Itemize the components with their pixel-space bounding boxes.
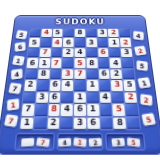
- number-tile[interactable]: 4: [61, 104, 73, 115]
- cell[interactable]: [25, 69, 37, 79]
- cell[interactable]: 6: [26, 58, 38, 68]
- number-tile[interactable]: 2: [47, 117, 60, 129]
- cell[interactable]: 3: [86, 38, 97, 47]
- number-tile[interactable]: 8: [75, 29, 85, 38]
- cell[interactable]: 7: [51, 58, 62, 68]
- cell[interactable]: [119, 29, 130, 38]
- tray-number-tile[interactable]: 7: [35, 137, 49, 147]
- cell[interactable]: 5: [124, 80, 136, 91]
- cell[interactable]: 1: [87, 104, 99, 115]
- number-tile[interactable]: 6: [98, 48, 109, 57]
- tray-number-tile[interactable]: [21, 137, 34, 146]
- number-tile[interactable]: 3: [62, 69, 73, 79]
- cell[interactable]: [87, 69, 98, 79]
- number-tile[interactable]: 3: [86, 38, 97, 47]
- number-tile[interactable]: 4: [41, 29, 52, 38]
- sudoku-board-scene: SUDOKU 5614717 4583254631272463617584837…: [0, 15, 160, 155]
- cell[interactable]: 1: [87, 80, 99, 91]
- number-tile[interactable]: 4: [52, 38, 63, 47]
- number-tile[interactable]: 2: [120, 38, 131, 47]
- cell[interactable]: 8: [48, 104, 60, 115]
- cell[interactable]: 1: [109, 38, 120, 47]
- number-tile[interactable]: 8: [38, 69, 50, 79]
- cell[interactable]: 6: [49, 80, 61, 91]
- number-tile[interactable]: 6: [63, 38, 74, 47]
- cell[interactable]: [100, 117, 113, 129]
- number-tile[interactable]: 1: [109, 38, 120, 47]
- tray-compartment: 7: [14, 133, 55, 151]
- number-tile[interactable]: 3: [74, 117, 86, 129]
- cell[interactable]: 4: [52, 38, 63, 47]
- cell[interactable]: [40, 38, 51, 47]
- cell[interactable]: [23, 92, 36, 103]
- cell[interactable]: 2: [24, 80, 36, 91]
- rail-number-tile[interactable]: 2: [134, 45, 147, 55]
- number-tile[interactable]: 3: [97, 29, 108, 38]
- cell[interactable]: 6: [74, 104, 86, 115]
- cell[interactable]: [28, 48, 39, 57]
- number-tile[interactable]: 3: [111, 80, 123, 91]
- cell[interactable]: 2: [120, 38, 131, 47]
- cell[interactable]: 2: [108, 29, 119, 38]
- cell[interactable]: [123, 69, 135, 79]
- rail-number-tile[interactable]: 2: [140, 94, 152, 106]
- cell[interactable]: 4: [99, 92, 111, 103]
- cell[interactable]: [74, 80, 85, 91]
- cell[interactable]: 8: [75, 29, 85, 38]
- number-tile[interactable]: 1: [38, 58, 49, 68]
- cell[interactable]: 8: [86, 58, 97, 68]
- cell[interactable]: 3: [74, 117, 86, 129]
- number-tile[interactable]: 5: [52, 29, 63, 38]
- cell[interactable]: [61, 92, 73, 103]
- rail-number-tile[interactable]: 1: [12, 55, 25, 65]
- rail-number-tile[interactable]: 6: [15, 42, 26, 52]
- cell[interactable]: 1: [74, 92, 86, 103]
- cell[interactable]: 4: [62, 80, 74, 91]
- cell[interactable]: [122, 58, 134, 68]
- tray-number-tile[interactable]: 2: [89, 137, 103, 146]
- rail-number-tile[interactable]: 1: [137, 77, 151, 88]
- number-tile[interactable]: 6: [87, 117, 99, 129]
- number-tile[interactable]: 2: [108, 29, 119, 38]
- tray-compartment: 412: [57, 133, 104, 151]
- cell[interactable]: 8: [38, 69, 50, 79]
- number-tile[interactable]: 6: [26, 58, 38, 68]
- number-tile[interactable]: 1: [87, 104, 99, 115]
- cell[interactable]: [35, 104, 48, 115]
- cell[interactable]: [97, 38, 108, 47]
- rail-number-tile[interactable]: 7: [8, 83, 22, 94]
- number-tile[interactable]: 6: [99, 69, 111, 79]
- cell[interactable]: 6: [49, 92, 61, 103]
- number-tile[interactable]: 4: [75, 48, 86, 57]
- sudoku-board: SUDOKU 5614717 4583254631272463617584837…: [0, 15, 160, 155]
- cell[interactable]: [37, 80, 49, 91]
- rail-number-tile[interactable]: 7: [4, 114, 19, 127]
- cell[interactable]: 4: [61, 104, 73, 115]
- number-tile[interactable]: 7: [22, 104, 35, 115]
- number-tile[interactable]: 7: [74, 69, 85, 79]
- number-tile[interactable]: 2: [111, 69, 123, 79]
- tile-tray: 741235: [14, 133, 146, 151]
- cell[interactable]: 5: [113, 104, 126, 115]
- number-tile[interactable]: 3: [121, 48, 132, 57]
- tray-number-tile[interactable]: 5: [126, 137, 139, 147]
- number-tile[interactable]: 3: [36, 92, 48, 103]
- cell[interactable]: [99, 80, 111, 91]
- number-tile[interactable]: 4: [99, 92, 111, 103]
- cell[interactable]: 7: [22, 104, 35, 115]
- rail-number-tile[interactable]: 4: [11, 69, 23, 80]
- cell[interactable]: [86, 48, 97, 57]
- cell[interactable]: 6: [98, 48, 109, 57]
- cell[interactable]: 4: [110, 58, 121, 68]
- cell[interactable]: 1: [20, 117, 33, 129]
- number-tile[interactable]: 8: [48, 104, 60, 115]
- cell[interactable]: [60, 117, 72, 129]
- number-tile[interactable]: 8: [113, 117, 126, 129]
- rail-number-tile[interactable]: 1: [7, 98, 19, 110]
- cell[interactable]: [30, 29, 41, 38]
- number-tile[interactable]: 1: [20, 117, 33, 129]
- cell[interactable]: 2: [125, 92, 138, 103]
- cell[interactable]: 4: [75, 48, 86, 57]
- cell[interactable]: [34, 117, 47, 129]
- cell[interactable]: 8: [113, 117, 126, 129]
- cell[interactable]: 5: [75, 58, 86, 68]
- tray-number-tile[interactable]: 4: [58, 137, 71, 146]
- cell[interactable]: [51, 48, 62, 57]
- number-tile[interactable]: 1: [87, 80, 99, 91]
- rail-number-tile[interactable]: 5: [15, 30, 27, 39]
- cell[interactable]: 3: [97, 29, 108, 38]
- cell[interactable]: 7: [74, 69, 85, 79]
- tray-number-tile[interactable]: 1: [73, 137, 86, 147]
- number-tile[interactable]: 6: [74, 104, 86, 115]
- cell[interactable]: 2: [63, 48, 74, 57]
- number-tile[interactable]: 1: [74, 92, 86, 103]
- number-tile[interactable]: 4: [62, 80, 74, 91]
- cell[interactable]: 6: [87, 117, 99, 129]
- number-tile[interactable]: 6: [49, 80, 61, 91]
- cell[interactable]: 6: [99, 69, 111, 79]
- cell[interactable]: [50, 69, 62, 79]
- number-tile[interactable]: 5: [124, 80, 136, 91]
- cell[interactable]: [63, 58, 74, 68]
- sudoku-grid: 4583254631272463617584837622641353614278…: [19, 28, 141, 130]
- cell[interactable]: 3: [121, 48, 132, 57]
- cell[interactable]: [64, 29, 74, 38]
- cell[interactable]: 2: [47, 117, 60, 129]
- cell[interactable]: 3: [62, 69, 73, 79]
- cell[interactable]: 1: [38, 58, 49, 68]
- number-tile[interactable]: 5: [75, 58, 86, 68]
- cell[interactable]: 5: [52, 29, 63, 38]
- number-tile[interactable]: 7: [39, 48, 50, 57]
- rail-number-tile[interactable]: 4: [133, 31, 144, 40]
- cell[interactable]: [100, 104, 112, 115]
- number-tile[interactable]: 2: [125, 92, 138, 103]
- number-tile[interactable]: 4: [110, 58, 121, 68]
- cell[interactable]: 3: [111, 80, 123, 91]
- board-title: SUDOKU: [14, 17, 146, 28]
- cell[interactable]: [75, 38, 85, 47]
- rail-number-tile[interactable]: 5: [141, 113, 156, 126]
- number-tile[interactable]: 5: [113, 104, 126, 115]
- tray-compartment: 35: [105, 133, 146, 151]
- cell[interactable]: 4: [41, 29, 52, 38]
- cell[interactable]: [126, 104, 139, 115]
- cell[interactable]: 6: [63, 38, 74, 47]
- number-tile[interactable]: 6: [49, 92, 61, 103]
- number-tile[interactable]: 2: [63, 48, 74, 57]
- number-tile[interactable]: 2: [24, 80, 36, 91]
- cell[interactable]: [109, 48, 120, 57]
- number-tile[interactable]: 8: [86, 58, 97, 68]
- cell[interactable]: [98, 58, 109, 68]
- cell[interactable]: [87, 92, 99, 103]
- number-tile[interactable]: 5: [29, 38, 40, 47]
- tray-number-tile[interactable]: 3: [111, 137, 125, 146]
- cell[interactable]: 2: [111, 69, 123, 79]
- rail-number-tile[interactable]: 5: [137, 61, 148, 71]
- cell[interactable]: 3: [36, 92, 48, 103]
- cell[interactable]: 7: [39, 48, 50, 57]
- cell[interactable]: 5: [29, 38, 40, 47]
- cell[interactable]: [86, 29, 96, 38]
- cell[interactable]: [112, 92, 124, 103]
- cell[interactable]: [127, 117, 140, 129]
- number-tile[interactable]: 7: [51, 58, 62, 68]
